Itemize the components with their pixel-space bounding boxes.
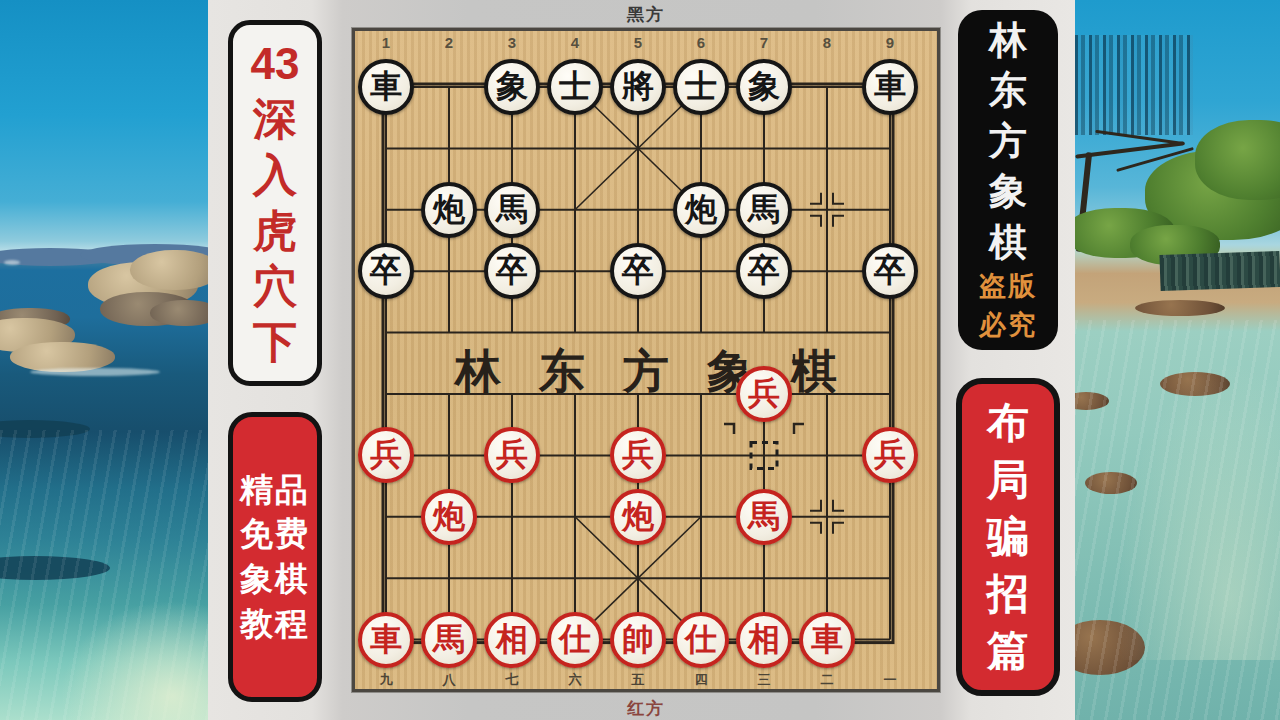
piece-red-帥[interactable]: 帥	[610, 612, 666, 668]
shore-rock	[1135, 300, 1225, 316]
piece-black-馬[interactable]: 馬	[736, 182, 792, 238]
piece-black-馬[interactable]: 馬	[484, 182, 540, 238]
file-number-top: 8	[814, 34, 840, 51]
file-number-top: 6	[688, 34, 714, 51]
file-number-bottom: 七	[499, 671, 525, 689]
boulder	[150, 300, 208, 326]
piece-red-相[interactable]: 相	[736, 612, 792, 668]
piece-red-兵[interactable]: 兵	[484, 427, 540, 483]
piece-black-士[interactable]: 士	[547, 59, 603, 115]
beach-photo-left	[0, 0, 208, 720]
file-number-bottom: 八	[436, 671, 462, 689]
file-number-bottom: 一	[877, 671, 903, 689]
piece-red-仕[interactable]: 仕	[673, 612, 729, 668]
underwater-sand	[1115, 360, 1280, 660]
file-number-top: 1	[373, 34, 399, 51]
file-number-top: 9	[877, 34, 903, 51]
piece-red-馬[interactable]: 馬	[421, 612, 477, 668]
piece-red-兵[interactable]: 兵	[610, 427, 666, 483]
video-glitch-artifact	[1075, 35, 1193, 135]
piece-red-兵[interactable]: 兵	[736, 366, 792, 422]
piece-red-炮[interactable]: 炮	[610, 489, 666, 545]
piece-black-卒[interactable]: 卒	[862, 243, 918, 299]
piece-black-象[interactable]: 象	[484, 59, 540, 115]
piece-black-車[interactable]: 車	[358, 59, 414, 115]
file-number-top: 3	[499, 34, 525, 51]
anti-piracy-notice: 盗版	[979, 271, 1037, 302]
file-number-top: 2	[436, 34, 462, 51]
file-number-bottom: 二	[814, 671, 840, 689]
piece-red-車[interactable]: 車	[799, 612, 855, 668]
file-number-bottom: 五	[625, 671, 651, 689]
piece-black-士[interactable]: 士	[673, 59, 729, 115]
piece-red-相[interactable]: 相	[484, 612, 540, 668]
piece-black-炮[interactable]: 炮	[421, 182, 477, 238]
anti-piracy-notice: 必究	[979, 310, 1037, 341]
piece-red-車[interactable]: 車	[358, 612, 414, 668]
episode-title-panel: 43 深 入 虎 穴 下	[228, 20, 322, 386]
river-brand-text: 林东方象棋	[355, 341, 937, 403]
piece-black-卒[interactable]: 卒	[484, 243, 540, 299]
piece-red-兵[interactable]: 兵	[862, 427, 918, 483]
xiangqi-board[interactable]: 123456789九八七六五四三二一林东方象棋車象士將士象車炮馬炮馬卒卒卒卒卒兵…	[352, 28, 940, 692]
red-side-label: 红方	[546, 697, 746, 720]
beach-fence	[1159, 251, 1280, 291]
piece-black-卒[interactable]: 卒	[610, 243, 666, 299]
black-side-label: 黑方	[546, 3, 746, 26]
piece-black-卒[interactable]: 卒	[358, 243, 414, 299]
piece-black-炮[interactable]: 炮	[673, 182, 729, 238]
channel-name-panel: 林 东 方 象 棋 盗版 必究	[958, 10, 1058, 350]
boat-speck	[4, 260, 20, 265]
beach-photo-right	[1075, 0, 1280, 720]
piece-red-兵[interactable]: 兵	[358, 427, 414, 483]
free-course-panel: 精品 免费 象棋 教程	[228, 412, 322, 702]
file-number-top: 5	[625, 34, 651, 51]
piece-red-炮[interactable]: 炮	[421, 489, 477, 545]
file-number-bottom: 九	[373, 671, 399, 689]
sand-glow	[60, 600, 208, 720]
file-number-top: 4	[562, 34, 588, 51]
episode-number: 43	[251, 41, 300, 88]
piece-red-仕[interactable]: 仕	[547, 612, 603, 668]
piece-black-車[interactable]: 車	[862, 59, 918, 115]
piece-black-象[interactable]: 象	[736, 59, 792, 115]
piece-black-卒[interactable]: 卒	[736, 243, 792, 299]
water-foam	[30, 368, 160, 376]
piece-red-馬[interactable]: 馬	[736, 489, 792, 545]
file-number-top: 7	[751, 34, 777, 51]
file-number-bottom: 三	[751, 671, 777, 689]
piece-black-將[interactable]: 將	[610, 59, 666, 115]
file-number-bottom: 四	[688, 671, 714, 689]
series-name-panel: 布 局 骗 招 篇	[956, 378, 1060, 696]
boulder	[130, 250, 208, 290]
file-number-bottom: 六	[562, 671, 588, 689]
